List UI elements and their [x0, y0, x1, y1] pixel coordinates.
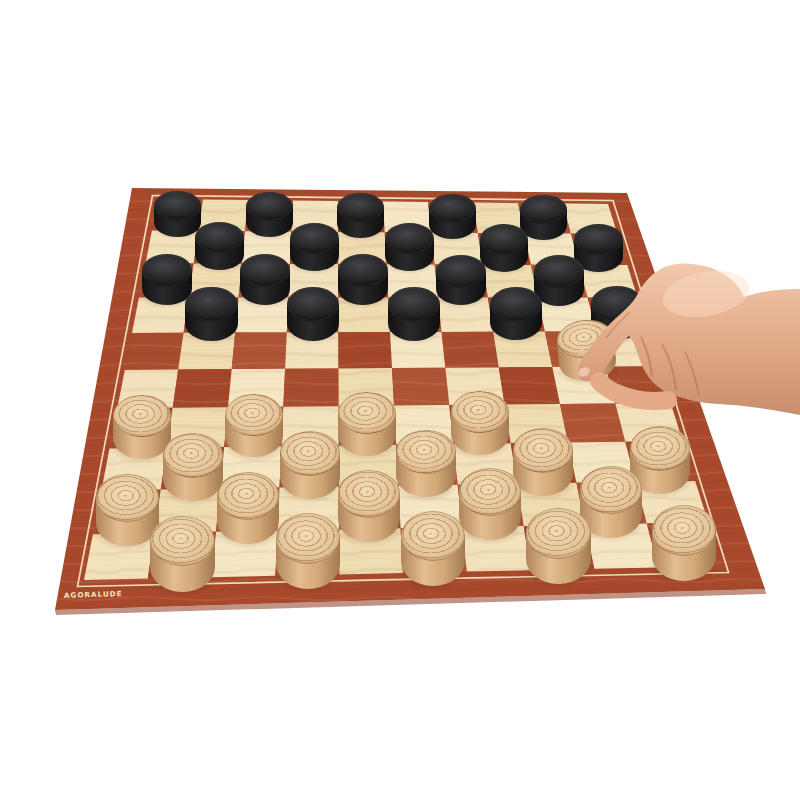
draughts-board: AGORALUDE — [0, 0, 800, 800]
product-photo-scene: AGORALUDE — [0, 0, 800, 800]
wood-grain-overlay — [55, 188, 765, 610]
